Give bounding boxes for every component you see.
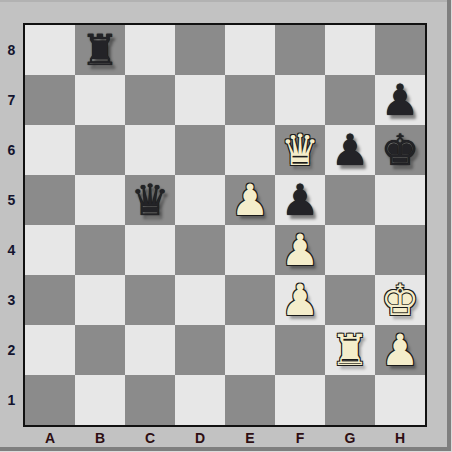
board-square-c3[interactable] <box>125 275 175 325</box>
board-square-g2[interactable]: ♜ <box>325 325 375 375</box>
file-labels: ABCDEFGH <box>25 428 425 448</box>
board-square-h6[interactable]: ♚ <box>375 125 425 175</box>
board-square-g3[interactable] <box>325 275 375 325</box>
white-king-h3[interactable]: ♚ <box>375 275 425 325</box>
chess-board[interactable]: ♜♟♛♟♚♛♟♟♟♟♚♜♟ <box>23 23 427 427</box>
board-square-g7[interactable] <box>325 75 375 125</box>
white-queen-f6[interactable]: ♛ <box>275 125 325 175</box>
board-square-e1[interactable] <box>225 375 275 425</box>
black-pawn-g6[interactable]: ♟ <box>325 125 375 175</box>
board-square-b6[interactable] <box>75 125 125 175</box>
board-square-e8[interactable] <box>225 25 275 75</box>
rank-label: 8 <box>0 25 23 75</box>
white-rook-g2[interactable]: ♜ <box>325 325 375 375</box>
rank-labels: 87654321 <box>0 25 23 425</box>
board-square-h3[interactable]: ♚ <box>375 275 425 325</box>
white-pawn-e5[interactable]: ♟ <box>225 175 275 225</box>
board-square-g6[interactable]: ♟ <box>325 125 375 175</box>
board-square-f5[interactable]: ♟ <box>275 175 325 225</box>
board-square-d1[interactable] <box>175 375 225 425</box>
board-square-b2[interactable] <box>75 325 125 375</box>
black-king-h6[interactable]: ♚ <box>375 125 425 175</box>
board-square-c5[interactable]: ♛ <box>125 175 175 225</box>
board-square-e2[interactable] <box>225 325 275 375</box>
board-square-f3[interactable]: ♟ <box>275 275 325 325</box>
board-square-h7[interactable]: ♟ <box>375 75 425 125</box>
board-square-c7[interactable] <box>125 75 175 125</box>
board-square-c4[interactable] <box>125 225 175 275</box>
board-square-h4[interactable] <box>375 225 425 275</box>
board-square-e4[interactable] <box>225 225 275 275</box>
rank-label: 6 <box>0 125 23 175</box>
rank-label: 7 <box>0 75 23 125</box>
black-pawn-f5[interactable]: ♟ <box>275 175 325 225</box>
board-square-a7[interactable] <box>25 75 75 125</box>
board-square-g5[interactable] <box>325 175 375 225</box>
board-square-e3[interactable] <box>225 275 275 325</box>
board-square-e6[interactable] <box>225 125 275 175</box>
board-square-g1[interactable] <box>325 375 375 425</box>
white-pawn-h2[interactable]: ♟ <box>375 325 425 375</box>
board-square-a3[interactable] <box>25 275 75 325</box>
board-square-d8[interactable] <box>175 25 225 75</box>
board-square-d4[interactable] <box>175 225 225 275</box>
board-square-c8[interactable] <box>125 25 175 75</box>
board-square-e7[interactable] <box>225 75 275 125</box>
rank-label: 1 <box>0 375 23 425</box>
file-label: A <box>25 428 75 448</box>
board-square-g4[interactable] <box>325 225 375 275</box>
board-square-b4[interactable] <box>75 225 125 275</box>
board-square-f7[interactable] <box>275 75 325 125</box>
black-queen-c5[interactable]: ♛ <box>125 175 175 225</box>
board-square-h8[interactable] <box>375 25 425 75</box>
rank-label: 3 <box>0 275 23 325</box>
board-square-b7[interactable] <box>75 75 125 125</box>
board-square-c6[interactable] <box>125 125 175 175</box>
board-square-a1[interactable] <box>25 375 75 425</box>
file-label: D <box>175 428 225 448</box>
file-label: F <box>275 428 325 448</box>
board-square-a5[interactable] <box>25 175 75 225</box>
board-square-a8[interactable] <box>25 25 75 75</box>
file-label: G <box>325 428 375 448</box>
board-square-f1[interactable] <box>275 375 325 425</box>
file-label: E <box>225 428 275 448</box>
white-pawn-f3[interactable]: ♟ <box>275 275 325 325</box>
board-square-a4[interactable] <box>25 225 75 275</box>
board-square-f6[interactable]: ♛ <box>275 125 325 175</box>
board-square-d3[interactable] <box>175 275 225 325</box>
board-square-b5[interactable] <box>75 175 125 225</box>
board-square-h1[interactable] <box>375 375 425 425</box>
board-square-b1[interactable] <box>75 375 125 425</box>
file-label: H <box>375 428 425 448</box>
board-square-b3[interactable] <box>75 275 125 325</box>
board-square-d2[interactable] <box>175 325 225 375</box>
file-label: B <box>75 428 125 448</box>
file-label: C <box>125 428 175 448</box>
rank-label: 2 <box>0 325 23 375</box>
board-square-f2[interactable] <box>275 325 325 375</box>
board-square-h5[interactable] <box>375 175 425 225</box>
chess-diagram-window: 87654321 ABCDEFGH ♜♟♛♟♚♛♟♟♟♟♚♜♟ <box>0 0 452 452</box>
board-square-c1[interactable] <box>125 375 175 425</box>
rank-label: 4 <box>0 225 23 275</box>
white-pawn-f4[interactable]: ♟ <box>275 225 325 275</box>
board-square-f4[interactable]: ♟ <box>275 225 325 275</box>
board-square-h2[interactable]: ♟ <box>375 325 425 375</box>
board-square-g8[interactable] <box>325 25 375 75</box>
board-square-b8[interactable]: ♜ <box>75 25 125 75</box>
board-square-d5[interactable] <box>175 175 225 225</box>
rank-label: 5 <box>0 175 23 225</box>
board-square-e5[interactable]: ♟ <box>225 175 275 225</box>
black-rook-b8[interactable]: ♜ <box>75 25 125 75</box>
board-square-f8[interactable] <box>275 25 325 75</box>
board-square-a2[interactable] <box>25 325 75 375</box>
board-square-a6[interactable] <box>25 125 75 175</box>
black-pawn-h7[interactable]: ♟ <box>375 75 425 125</box>
board-square-c2[interactable] <box>125 325 175 375</box>
board-square-d7[interactable] <box>175 75 225 125</box>
board-square-d6[interactable] <box>175 125 225 175</box>
